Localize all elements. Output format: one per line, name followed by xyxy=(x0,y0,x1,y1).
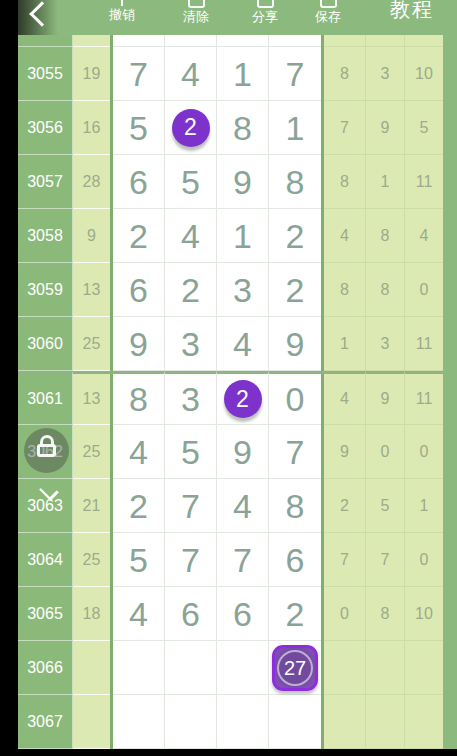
extra-cell[interactable]: 4 xyxy=(324,209,366,263)
table-row: 3066 27 xyxy=(18,641,457,695)
extra-cell[interactable]: 11 xyxy=(405,155,443,209)
digit-cell[interactable]: 0 xyxy=(269,371,321,425)
digit-cell[interactable]: 2 xyxy=(217,371,269,425)
app-screen: 撤销 清除 分享 保存 教程 xyxy=(0,0,457,756)
digit-value: 2 xyxy=(129,219,148,253)
digit-value: 2 xyxy=(286,219,305,253)
digit-cell[interactable]: 2 xyxy=(113,479,165,533)
digit-cell[interactable]: 9 xyxy=(269,317,321,371)
digit-cell[interactable]: 9 xyxy=(217,425,269,479)
extra-value: 0 xyxy=(381,443,390,461)
mark-circle: 2 xyxy=(224,380,262,418)
digit-cell[interactable]: 27 xyxy=(269,641,321,695)
undo-icon xyxy=(121,0,123,6)
table-row: 3059 13 6 2 3 2 8 8 0 xyxy=(18,263,457,317)
digit-value: 2 xyxy=(129,489,148,523)
digit-cell[interactable]: 7 xyxy=(269,425,321,479)
digit-cell[interactable]: 2 xyxy=(269,209,321,263)
extra-cell[interactable]: 7 xyxy=(366,533,405,587)
digit-cell[interactable]: 4 xyxy=(217,317,269,371)
extra-cell[interactable]: 8 xyxy=(324,47,366,101)
digit-value: 1 xyxy=(286,111,305,145)
extra-value: 0 xyxy=(340,605,349,623)
extra-cell[interactable]: 9 xyxy=(366,101,405,155)
digit-value: 7 xyxy=(181,543,200,577)
extra-cell[interactable] xyxy=(324,695,366,749)
extra-cell[interactable] xyxy=(366,35,405,47)
digit-cell[interactable]: 9 xyxy=(217,155,269,209)
digit-value: 5 xyxy=(181,165,200,199)
extra-cell[interactable]: 3 xyxy=(366,317,405,371)
extra-value: 5 xyxy=(381,497,390,515)
digit-cell[interactable]: 4 xyxy=(113,587,165,641)
extra-value: 3 xyxy=(381,335,390,353)
table-row: 3058 9 2 4 1 2 4 8 4 xyxy=(18,209,457,263)
digit-cell[interactable] xyxy=(269,35,321,47)
toolbar: 撤销 清除 分享 保存 教程 xyxy=(0,0,457,35)
digit-value: 3 xyxy=(181,382,200,416)
digit-value: 4 xyxy=(129,597,148,631)
digit-value: 8 xyxy=(286,489,305,523)
extra-value: 4 xyxy=(340,390,349,408)
digit-cell[interactable] xyxy=(113,695,165,749)
extra-value: 11 xyxy=(416,390,433,408)
table-row: 3055 19 7 4 1 7 8 3 10 xyxy=(18,47,457,101)
save-icon xyxy=(320,0,337,8)
sum-cell: 13 xyxy=(73,371,110,425)
digit-value: 2 xyxy=(181,273,200,307)
table-row: 3060 25 9 3 4 9 1 3 11 xyxy=(18,317,457,371)
extra-value: 9 xyxy=(381,390,390,408)
bottom-edge-strip xyxy=(0,749,457,756)
digit-value: 8 xyxy=(233,111,252,145)
extra-cell[interactable] xyxy=(405,35,443,47)
digit-cell[interactable]: 6 xyxy=(113,155,165,209)
extra-cell[interactable]: 9 xyxy=(366,371,405,425)
row-label: 3067 xyxy=(18,695,73,749)
table-row: 3057 28 6 5 9 8 8 1 11 xyxy=(18,155,457,209)
sum-cell: 21 xyxy=(73,479,110,533)
digit-value: 2 xyxy=(286,273,305,307)
digit-cell[interactable]: 6 xyxy=(113,263,165,317)
extra-cell[interactable]: 10 xyxy=(405,587,443,641)
extra-value: 8 xyxy=(340,281,349,299)
digit-value: 6 xyxy=(129,165,148,199)
digit-cell[interactable]: 7 xyxy=(269,47,321,101)
digit-cell[interactable] xyxy=(113,641,165,695)
toolbar-item-label: 分享 xyxy=(237,10,293,24)
sum-cell: 13 xyxy=(73,263,110,317)
extra-value: 7 xyxy=(340,551,349,569)
tutorial-button[interactable]: 教程 xyxy=(390,0,434,23)
extra-cell[interactable]: 0 xyxy=(405,533,443,587)
digit-cell[interactable] xyxy=(217,35,269,47)
extra-value: 10 xyxy=(415,65,433,83)
digit-cell[interactable]: 6 xyxy=(269,533,321,587)
sum-cell: 25 xyxy=(73,425,110,479)
extra-cell[interactable]: 7 xyxy=(324,101,366,155)
extra-cell[interactable]: 0 xyxy=(405,425,443,479)
sum-cell: 18 xyxy=(73,587,110,641)
toolbar-item-label: 清除 xyxy=(168,10,224,24)
digit-cell[interactable] xyxy=(165,695,217,749)
digit-value: 4 xyxy=(129,435,148,469)
digit-cell[interactable]: 2 xyxy=(165,263,217,317)
row-label: 3064 xyxy=(18,533,73,587)
extra-value: 0 xyxy=(420,443,429,461)
digit-value: 7 xyxy=(181,489,200,523)
clear-icon xyxy=(188,0,205,8)
digit-value: 5 xyxy=(129,111,148,145)
extra-cell[interactable]: 4 xyxy=(324,371,366,425)
digit-cell[interactable]: 2 xyxy=(165,101,217,155)
extra-cell[interactable]: 7 xyxy=(324,533,366,587)
toolbar-item-save[interactable]: 保存 xyxy=(300,0,356,24)
digit-value: 6 xyxy=(233,597,252,631)
extra-value: 2 xyxy=(340,497,349,515)
digit-value: 4 xyxy=(181,219,200,253)
row-label xyxy=(18,35,73,47)
row-label: 3065 xyxy=(18,587,73,641)
digit-cell[interactable]: 6 xyxy=(165,587,217,641)
table-row: 3062 25 4 5 9 7 9 0 0 xyxy=(18,425,457,479)
digit-cell[interactable]: 8 xyxy=(269,479,321,533)
digit-cell[interactable]: 7 xyxy=(113,47,165,101)
back-icon[interactable] xyxy=(29,1,54,26)
sum-cell: 28 xyxy=(73,155,110,209)
digit-cell[interactable]: 2 xyxy=(269,587,321,641)
table-row: 3056 16 5 2 8 1 7 9 5 xyxy=(18,101,457,155)
digit-value: 9 xyxy=(129,327,148,361)
extra-value: 9 xyxy=(381,119,390,137)
extra-value: 0 xyxy=(420,281,429,299)
extra-cell[interactable]: 0 xyxy=(324,587,366,641)
digit-cell[interactable]: 3 xyxy=(165,371,217,425)
toolbar-item-label: 保存 xyxy=(300,10,356,24)
digit-cell[interactable]: 5 xyxy=(113,533,165,587)
sum-cell: 25 xyxy=(73,317,110,371)
digit-cell[interactable]: 4 xyxy=(165,209,217,263)
mark-circle: 2 xyxy=(172,109,210,147)
sum-cell: 19 xyxy=(73,47,110,101)
digit-value: 5 xyxy=(181,435,200,469)
table-row: 3067 xyxy=(18,695,457,749)
digit-cell[interactable]: 2 xyxy=(113,209,165,263)
extra-cell[interactable]: 11 xyxy=(405,317,443,371)
extra-cell[interactable] xyxy=(366,695,405,749)
row-label: 3066 xyxy=(18,641,73,695)
digit-cell[interactable]: 1 xyxy=(269,101,321,155)
extra-value: 8 xyxy=(381,281,390,299)
trend-table: 3055 19 7 4 1 7 8 3 10 3056 16 5 2 8 1 7… xyxy=(0,35,457,749)
extra-value: 1 xyxy=(381,173,390,191)
row-label: 3061 xyxy=(18,371,73,425)
digit-cell[interactable] xyxy=(269,695,321,749)
digit-cell[interactable] xyxy=(217,695,269,749)
extra-value: 8 xyxy=(381,605,390,623)
digit-cell[interactable]: 1 xyxy=(217,47,269,101)
toolbar-item-share[interactable]: 分享 xyxy=(237,0,293,24)
extra-value: 8 xyxy=(340,173,349,191)
digit-value: 4 xyxy=(233,489,252,523)
sum-cell: 9 xyxy=(73,209,110,263)
extra-value: 7 xyxy=(340,119,349,137)
extra-cell[interactable]: 8 xyxy=(324,155,366,209)
digit-cell[interactable]: 2 xyxy=(269,263,321,317)
row-label: 3060 xyxy=(18,317,73,371)
digit-cell[interactable]: 6 xyxy=(217,587,269,641)
digit-cell[interactable]: 5 xyxy=(113,101,165,155)
extra-value: 4 xyxy=(340,227,349,245)
extra-value: 8 xyxy=(381,227,390,245)
left-edge-strip xyxy=(0,0,18,756)
digit-cell[interactable]: 7 xyxy=(217,533,269,587)
extra-value: 9 xyxy=(340,443,349,461)
lock-button[interactable] xyxy=(24,428,69,473)
extra-cell[interactable] xyxy=(324,35,366,47)
digit-value: 9 xyxy=(233,435,252,469)
extra-cell[interactable]: 8 xyxy=(366,209,405,263)
extra-cell[interactable]: 8 xyxy=(366,587,405,641)
digit-cell[interactable]: 8 xyxy=(217,101,269,155)
extra-cell[interactable]: 9 xyxy=(324,425,366,479)
digit-value: 8 xyxy=(129,382,148,416)
extra-cell[interactable]: 8 xyxy=(366,263,405,317)
extra-cell[interactable]: 5 xyxy=(405,101,443,155)
digit-cell[interactable]: 4 xyxy=(113,425,165,479)
share-icon xyxy=(257,0,274,8)
row-label: 3055 xyxy=(18,47,73,101)
table-row: 3063 21 2 7 4 8 2 5 1 xyxy=(18,479,457,533)
extra-cell[interactable]: 5 xyxy=(366,479,405,533)
extra-cell[interactable]: 1 xyxy=(366,155,405,209)
extra-cell[interactable]: 2 xyxy=(324,479,366,533)
extra-value: 11 xyxy=(416,173,433,191)
digit-value: 7 xyxy=(129,57,148,91)
table-row: 3061 13 8 3 2 0 4 9 11 xyxy=(18,371,457,425)
extra-value: 1 xyxy=(340,335,349,353)
digit-value: 9 xyxy=(286,327,305,361)
table-row-partial xyxy=(18,35,457,47)
digit-value: 5 xyxy=(129,543,148,577)
digit-cell[interactable]: 3 xyxy=(217,263,269,317)
extra-cell[interactable] xyxy=(366,641,405,695)
digit-cell[interactable] xyxy=(165,35,217,47)
extra-value: 11 xyxy=(416,335,433,353)
extra-cell[interactable]: 3 xyxy=(366,47,405,101)
digit-cell[interactable] xyxy=(113,35,165,47)
digit-value: 6 xyxy=(286,543,305,577)
digit-value: 3 xyxy=(233,273,252,307)
extra-value: 5 xyxy=(420,119,429,137)
extra-cell[interactable]: 1 xyxy=(324,317,366,371)
row-label: 3056 xyxy=(18,101,73,155)
digit-value: 9 xyxy=(233,165,252,199)
mark-badge: 27 xyxy=(272,645,318,691)
extra-cell[interactable]: 1 xyxy=(405,479,443,533)
row-label: 3059 xyxy=(18,263,73,317)
digit-cell[interactable]: 1 xyxy=(217,209,269,263)
extra-cell[interactable]: 4 xyxy=(405,209,443,263)
extra-value: 1 xyxy=(420,497,429,515)
digit-cell[interactable] xyxy=(165,641,217,695)
row-label: 3058 xyxy=(18,209,73,263)
digit-cell[interactable]: 8 xyxy=(113,371,165,425)
extra-value: 4 xyxy=(420,227,429,245)
row-label: 3057 xyxy=(18,155,73,209)
extra-value: 3 xyxy=(381,65,390,83)
digit-value: 4 xyxy=(233,327,252,361)
digit-cell[interactable]: 4 xyxy=(217,479,269,533)
digit-value: 3 xyxy=(181,327,200,361)
digit-value: 6 xyxy=(129,273,148,307)
sum-cell xyxy=(73,641,110,695)
extra-value: 8 xyxy=(340,65,349,83)
extra-cell[interactable] xyxy=(324,641,366,695)
table-row: 3065 18 4 6 6 2 0 8 10 xyxy=(18,587,457,641)
sum-cell xyxy=(73,695,110,749)
toolbar-item-label: 撤销 xyxy=(94,8,150,22)
digit-value: 2 xyxy=(286,597,305,631)
digit-value: 1 xyxy=(233,57,252,91)
extra-cell[interactable] xyxy=(405,641,443,695)
extra-cell[interactable]: 10 xyxy=(405,47,443,101)
toolbar-item-clear[interactable]: 清除 xyxy=(168,0,224,24)
sum-cell: 16 xyxy=(73,101,110,155)
toolbar-item-undo[interactable]: 撤销 xyxy=(94,0,150,22)
digit-cell[interactable]: 3 xyxy=(165,317,217,371)
digit-cell[interactable]: 4 xyxy=(165,47,217,101)
digit-cell[interactable]: 7 xyxy=(165,479,217,533)
sum-cell xyxy=(73,35,110,47)
extra-value: 7 xyxy=(381,551,390,569)
extra-cell[interactable]: 0 xyxy=(405,263,443,317)
extra-value: 0 xyxy=(420,551,429,569)
digit-value: 7 xyxy=(233,543,252,577)
digit-cell[interactable]: 9 xyxy=(113,317,165,371)
digit-cell[interactable]: 5 xyxy=(165,155,217,209)
digit-cell[interactable] xyxy=(217,641,269,695)
digit-cell[interactable]: 8 xyxy=(269,155,321,209)
table-row: 3064 25 5 7 7 6 7 7 0 xyxy=(18,533,457,587)
digit-value: 0 xyxy=(286,382,305,416)
digit-cell[interactable]: 5 xyxy=(165,425,217,479)
sum-cell: 25 xyxy=(73,533,110,587)
digit-value: 7 xyxy=(286,435,305,469)
digit-value: 6 xyxy=(181,597,200,631)
extra-cell[interactable] xyxy=(405,695,443,749)
extra-cell[interactable]: 11 xyxy=(405,371,443,425)
extra-cell[interactable]: 0 xyxy=(366,425,405,479)
digit-value: 7 xyxy=(286,57,305,91)
extra-cell[interactable]: 8 xyxy=(324,263,366,317)
digit-value: 4 xyxy=(181,57,200,91)
digit-cell[interactable]: 7 xyxy=(165,533,217,587)
digit-value: 1 xyxy=(233,219,252,253)
extra-value: 10 xyxy=(415,605,433,623)
digit-value: 8 xyxy=(286,165,305,199)
